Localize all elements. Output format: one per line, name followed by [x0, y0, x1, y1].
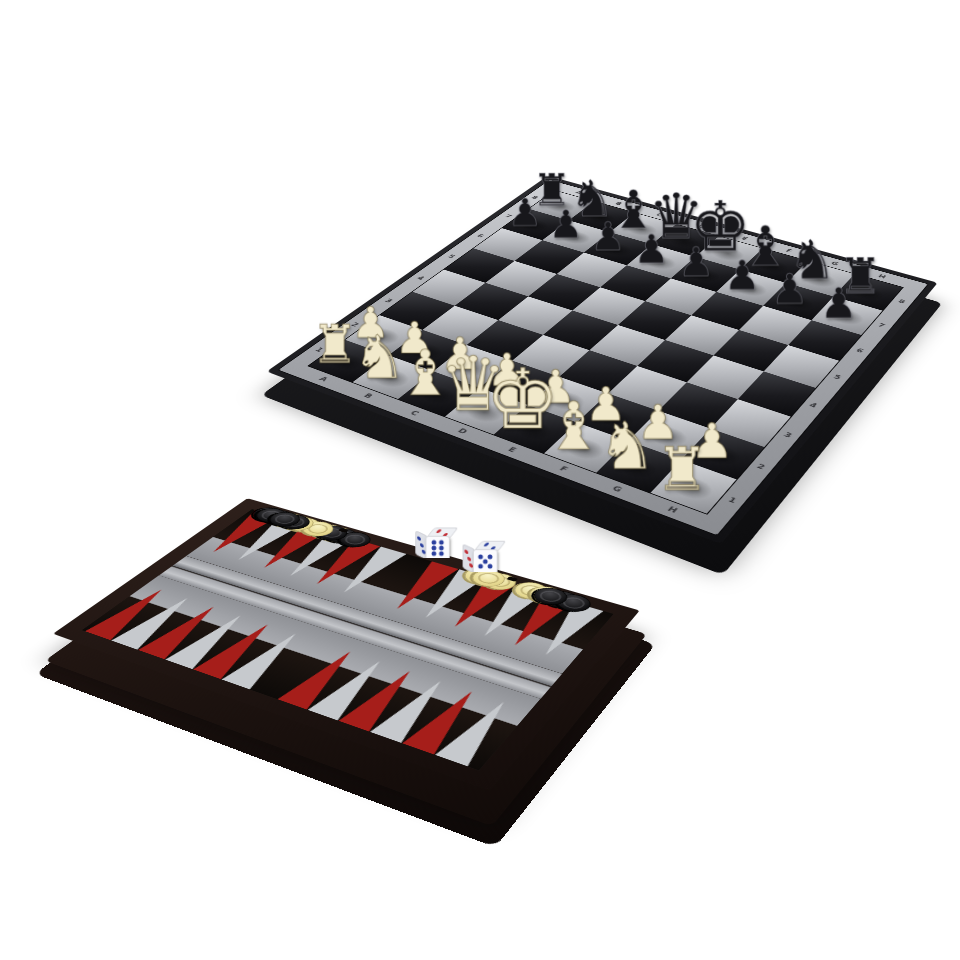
backgammon-set-scene: [0, 0, 960, 960]
die-pip: [478, 564, 483, 569]
die-2-body: [462, 540, 498, 576]
die-pip: [439, 540, 444, 545]
die-1-body: [414, 527, 449, 562]
die-pip: [431, 540, 436, 545]
die-pip: [439, 546, 444, 551]
die-pip: [419, 542, 423, 547]
die-pip: [431, 546, 436, 551]
die-pip: [467, 556, 471, 562]
die-pip: [439, 551, 444, 556]
die-pip: [417, 536, 421, 541]
backgammon-board-case: [53, 498, 640, 790]
die-pip: [483, 543, 490, 547]
die-pip: [464, 549, 468, 555]
die-1-front-face: [425, 536, 449, 560]
die-pip: [483, 559, 488, 564]
die-pip: [478, 554, 483, 559]
die-pip: [436, 529, 443, 533]
die-pip: [431, 551, 436, 556]
die-pip: [488, 554, 493, 559]
die-2-front-face: [473, 549, 498, 574]
die-pip: [488, 564, 493, 569]
